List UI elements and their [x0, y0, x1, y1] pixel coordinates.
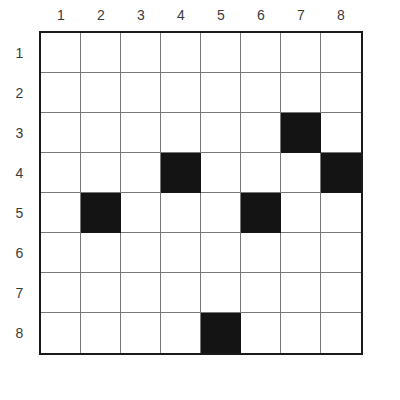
cell-r8c1[interactable] [41, 313, 81, 353]
cell-r4c6[interactable] [241, 153, 281, 193]
cell-r1c2[interactable] [81, 33, 121, 73]
cell-r6c3[interactable] [121, 233, 161, 273]
cell-r7c8[interactable] [321, 273, 361, 313]
cell-r2c7[interactable] [281, 73, 321, 113]
col-label-5: 5 [201, 2, 241, 28]
cell-r7c3[interactable] [121, 273, 161, 313]
col-label-2: 2 [81, 2, 121, 28]
cell-r5c7[interactable] [281, 193, 321, 233]
cell-r4c2[interactable] [81, 153, 121, 193]
cell-r4c5[interactable] [201, 153, 241, 193]
cell-r8c7[interactable] [281, 313, 321, 353]
cell-r6c5[interactable] [201, 233, 241, 273]
cell-r6c2[interactable] [81, 233, 121, 273]
cell-r2c4[interactable] [161, 73, 201, 113]
cell-r1c6[interactable] [241, 33, 281, 73]
cell-r5c4[interactable] [161, 193, 201, 233]
cell-r3c6[interactable] [241, 113, 281, 153]
row-labels: 12345678 [0, 33, 39, 353]
row-label-8: 8 [0, 313, 39, 353]
cell-r3c3[interactable] [121, 113, 161, 153]
cell-r3c5[interactable] [201, 113, 241, 153]
col-label-7: 7 [281, 2, 321, 28]
cell-r5c8[interactable] [321, 193, 361, 233]
cell-r7c1[interactable] [41, 273, 81, 313]
cell-r2c8[interactable] [321, 73, 361, 113]
cell-r1c3[interactable] [121, 33, 161, 73]
row-label-7: 7 [0, 273, 39, 313]
cell-r3c4[interactable] [161, 113, 201, 153]
cell-r6c7[interactable] [281, 233, 321, 273]
cell-r7c4[interactable] [161, 273, 201, 313]
cell-r5c5[interactable] [201, 193, 241, 233]
cell-r3c8[interactable] [321, 113, 361, 153]
row-label-3: 3 [0, 113, 39, 153]
cell-r8c5[interactable] [201, 313, 241, 353]
cell-r1c7[interactable] [281, 33, 321, 73]
col-label-1: 1 [41, 2, 81, 28]
col-label-3: 3 [121, 2, 161, 28]
cell-r3c1[interactable] [41, 113, 81, 153]
cell-r7c6[interactable] [241, 273, 281, 313]
cell-r4c4[interactable] [161, 153, 201, 193]
puzzle-page: 12345678 12345678 [0, 0, 400, 400]
row-label-6: 6 [0, 233, 39, 273]
cell-r2c3[interactable] [121, 73, 161, 113]
row-label-4: 4 [0, 153, 39, 193]
cell-r3c7[interactable] [281, 113, 321, 153]
row-label-2: 2 [0, 73, 39, 113]
cell-r1c5[interactable] [201, 33, 241, 73]
cell-r5c2[interactable] [81, 193, 121, 233]
cell-r7c5[interactable] [201, 273, 241, 313]
row-label-1: 1 [0, 33, 39, 73]
cell-r8c3[interactable] [121, 313, 161, 353]
cell-r5c6[interactable] [241, 193, 281, 233]
cell-r8c4[interactable] [161, 313, 201, 353]
cell-r2c1[interactable] [41, 73, 81, 113]
row-label-5: 5 [0, 193, 39, 233]
column-labels: 12345678 [41, 2, 361, 28]
cell-r4c3[interactable] [121, 153, 161, 193]
cell-r4c8[interactable] [321, 153, 361, 193]
cell-r2c6[interactable] [241, 73, 281, 113]
cell-r6c4[interactable] [161, 233, 201, 273]
col-label-6: 6 [241, 2, 281, 28]
cell-r8c6[interactable] [241, 313, 281, 353]
cell-r1c8[interactable] [321, 33, 361, 73]
cell-r5c3[interactable] [121, 193, 161, 233]
cell-r5c1[interactable] [41, 193, 81, 233]
cell-r1c4[interactable] [161, 33, 201, 73]
cell-r2c5[interactable] [201, 73, 241, 113]
cell-r4c7[interactable] [281, 153, 321, 193]
cell-r3c2[interactable] [81, 113, 121, 153]
cell-r7c2[interactable] [81, 273, 121, 313]
cell-r8c2[interactable] [81, 313, 121, 353]
cell-r6c1[interactable] [41, 233, 81, 273]
cell-r8c8[interactable] [321, 313, 361, 353]
cell-r6c8[interactable] [321, 233, 361, 273]
cell-r1c1[interactable] [41, 33, 81, 73]
puzzle-board [39, 31, 363, 355]
cell-r7c7[interactable] [281, 273, 321, 313]
cell-r2c2[interactable] [81, 73, 121, 113]
cell-r6c6[interactable] [241, 233, 281, 273]
col-label-4: 4 [161, 2, 201, 28]
col-label-8: 8 [321, 2, 361, 28]
cell-r4c1[interactable] [41, 153, 81, 193]
